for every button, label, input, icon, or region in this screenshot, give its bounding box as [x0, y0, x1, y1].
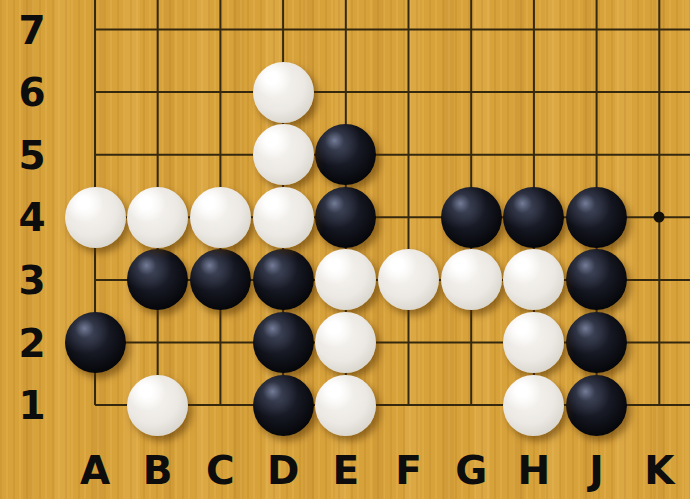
board-grid-lines: [0, 0, 690, 499]
go-board-diagram: ABCDEFGHJK7654321: [0, 0, 690, 499]
